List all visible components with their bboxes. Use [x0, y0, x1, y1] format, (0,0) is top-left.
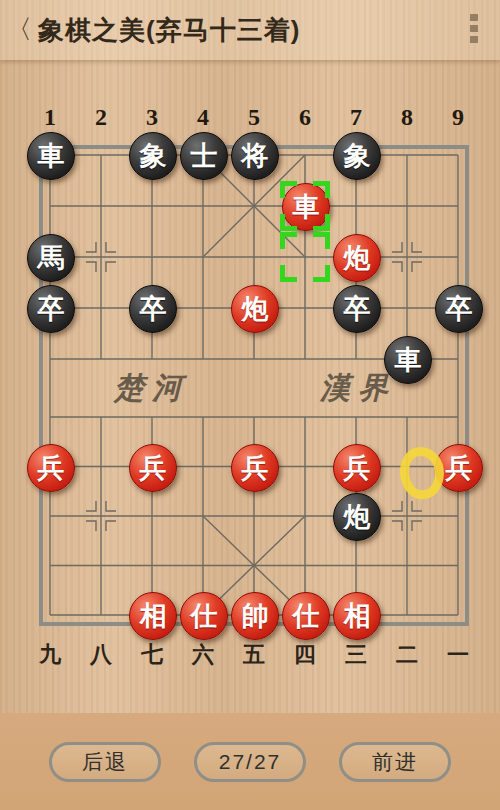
- piece-black-炮[interactable]: 炮: [333, 493, 381, 541]
- file-label-top: 2: [84, 104, 118, 131]
- file-label-bottom: 九: [33, 640, 67, 670]
- file-label-top: 9: [441, 104, 475, 131]
- piece-black-車[interactable]: 車: [27, 132, 75, 180]
- piece-red-兵[interactable]: 兵: [129, 444, 177, 492]
- file-label-top: 7: [339, 104, 373, 131]
- forward-button[interactable]: 前进: [339, 742, 451, 782]
- title-bar: 〈 象棋之美(弃马十三着): [0, 0, 500, 60]
- piece-black-象[interactable]: 象: [129, 132, 177, 180]
- file-label-bottom: 三: [339, 640, 373, 670]
- piece-red-炮[interactable]: 炮: [333, 234, 381, 282]
- file-label-top: 3: [135, 104, 169, 131]
- piece-black-卒[interactable]: 卒: [27, 285, 75, 333]
- control-bar: 后退 27/27 前进: [0, 713, 500, 810]
- file-label-bottom: 一: [441, 640, 475, 670]
- xiangqi-board[interactable]: 123456789 九八七六五四三二一 楚河 漢界 車象士将象車馬炮卒卒炮卒卒車…: [0, 60, 500, 685]
- file-label-top: 4: [186, 104, 220, 131]
- undo-button[interactable]: 后退: [49, 742, 161, 782]
- piece-black-将[interactable]: 将: [231, 132, 279, 180]
- piece-black-卒[interactable]: 卒: [435, 285, 483, 333]
- file-label-bottom: 五: [237, 640, 271, 670]
- menu-icon[interactable]: [470, 14, 478, 43]
- piece-red-兵[interactable]: 兵: [231, 444, 279, 492]
- piece-red-仕[interactable]: 仕: [180, 592, 228, 640]
- file-label-top: 8: [390, 104, 424, 131]
- river-label-left: 楚河: [87, 368, 217, 409]
- file-label-bottom: 七: [135, 640, 169, 670]
- piece-black-車[interactable]: 車: [384, 336, 432, 384]
- piece-black-卒[interactable]: 卒: [129, 285, 177, 333]
- piece-black-馬[interactable]: 馬: [27, 234, 75, 282]
- piece-red-兵[interactable]: 兵: [27, 444, 75, 492]
- piece-red-相[interactable]: 相: [333, 592, 381, 640]
- file-label-bottom: 二: [390, 640, 424, 670]
- move-source-highlight: [280, 232, 330, 282]
- piece-red-兵[interactable]: 兵: [333, 444, 381, 492]
- piece-red-炮[interactable]: 炮: [231, 285, 279, 333]
- file-label-top: 6: [288, 104, 322, 131]
- app-screen: 〈 象棋之美(弃马十三着) 123456789 九八七六五四三二一 楚河 漢界 …: [0, 0, 500, 810]
- file-label-top: 1: [33, 104, 67, 131]
- piece-red-車[interactable]: 車: [282, 183, 330, 231]
- piece-black-象[interactable]: 象: [333, 132, 381, 180]
- piece-red-帥[interactable]: 帥: [231, 592, 279, 640]
- move-counter[interactable]: 27/27: [194, 742, 306, 782]
- piece-black-卒[interactable]: 卒: [333, 285, 381, 333]
- piece-red-仕[interactable]: 仕: [282, 592, 330, 640]
- file-label-top: 5: [237, 104, 271, 131]
- piece-black-士[interactable]: 士: [180, 132, 228, 180]
- piece-red-兵[interactable]: 兵: [435, 444, 483, 492]
- page-title: 象棋之美(弃马十三着): [38, 13, 300, 48]
- piece-red-相[interactable]: 相: [129, 592, 177, 640]
- file-label-bottom: 八: [84, 640, 118, 670]
- file-label-bottom: 六: [186, 640, 220, 670]
- back-button[interactable]: 〈: [0, 0, 36, 61]
- file-label-bottom: 四: [288, 640, 322, 670]
